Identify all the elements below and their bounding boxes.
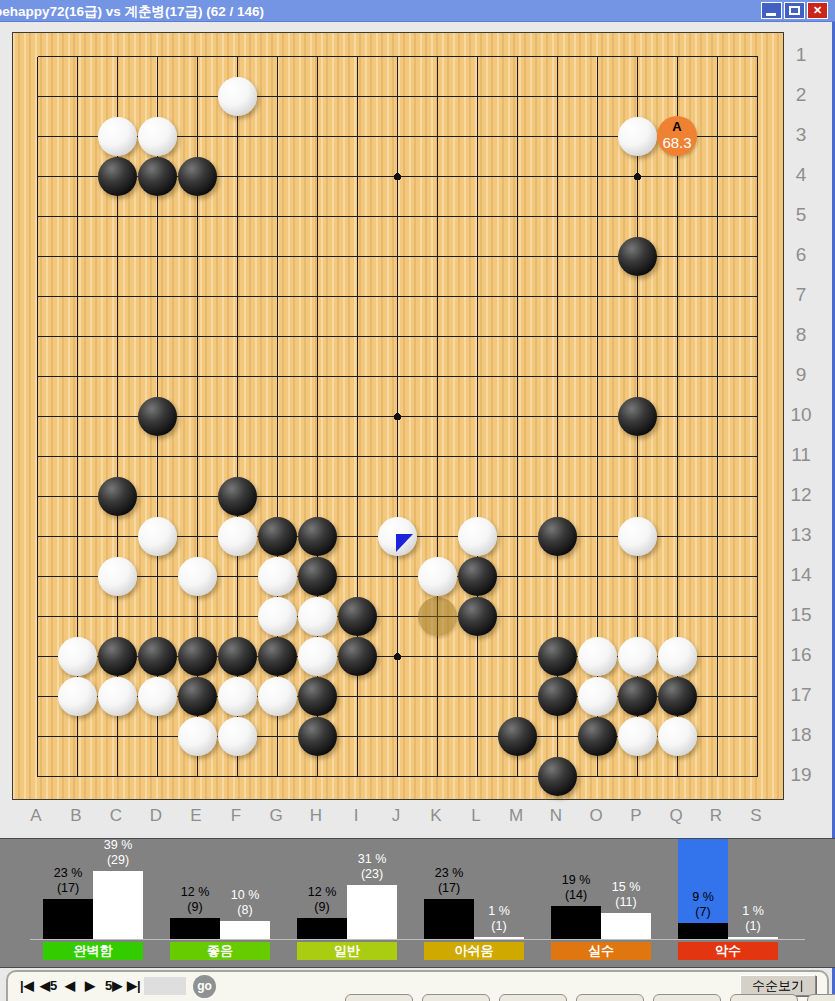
row-label-11: 11 bbox=[786, 444, 816, 466]
move-sequence-view-button[interactable]: 수순보기 bbox=[740, 975, 816, 996]
white-stone-K14 bbox=[418, 557, 457, 596]
white-bar-value-0: 39 %(29) bbox=[86, 838, 150, 868]
star-point bbox=[394, 653, 401, 660]
row-label-17: 17 bbox=[786, 684, 816, 706]
white-stone-F18 bbox=[218, 717, 257, 756]
white-stone-E14 bbox=[178, 557, 217, 596]
white-stone-O17 bbox=[578, 677, 617, 716]
black-stone-L14 bbox=[458, 557, 497, 596]
black-stone-E17 bbox=[178, 677, 217, 716]
column-label-K: K bbox=[419, 806, 453, 826]
category-label-1: 좋음 bbox=[170, 942, 270, 960]
row-label-1: 1 bbox=[786, 44, 816, 66]
star-point bbox=[634, 173, 641, 180]
bottom-button-stub-0[interactable] bbox=[345, 994, 413, 1001]
category-label-3: 아쉬움 bbox=[424, 942, 524, 960]
row-label-16: 16 bbox=[786, 644, 816, 666]
white-bar-value-4: 15 %(11) bbox=[594, 880, 658, 910]
column-label-N: N bbox=[539, 806, 573, 826]
white-stone-D13 bbox=[138, 517, 177, 556]
black-stone-N19 bbox=[538, 757, 577, 796]
white-stone-C17 bbox=[98, 677, 137, 716]
white-bar-4 bbox=[601, 913, 651, 939]
bottom-button-stub-6[interactable] bbox=[807, 994, 835, 1001]
white-stone-B16 bbox=[58, 637, 97, 676]
black-stone-C16 bbox=[98, 637, 137, 676]
category-label-5: 악수 bbox=[678, 942, 778, 960]
column-label-I: I bbox=[339, 806, 373, 826]
go-button[interactable]: go bbox=[193, 975, 216, 998]
black-bar-1 bbox=[170, 918, 220, 939]
row-label-15: 15 bbox=[786, 604, 816, 626]
bottom-button-stub-3[interactable] bbox=[576, 994, 644, 1001]
white-stone-E18 bbox=[178, 717, 217, 756]
minimize-icon bbox=[766, 13, 776, 16]
column-label-Q: Q bbox=[659, 806, 693, 826]
marker-winrate: 68.3 bbox=[662, 134, 691, 151]
row-label-5: 5 bbox=[786, 204, 816, 226]
maximize-icon bbox=[789, 6, 800, 15]
white-bar-value-3: 1 %(1) bbox=[467, 904, 531, 934]
black-stone-N16 bbox=[538, 637, 577, 676]
black-stone-D16 bbox=[138, 637, 177, 676]
column-label-J: J bbox=[379, 806, 413, 826]
black-bar-4 bbox=[551, 906, 601, 939]
column-label-A: A bbox=[19, 806, 53, 826]
close-button[interactable]: ✕ bbox=[807, 2, 828, 19]
black-stone-N17 bbox=[538, 677, 577, 716]
white-stone-C14 bbox=[98, 557, 137, 596]
white-stone-F2 bbox=[218, 77, 257, 116]
column-label-P: P bbox=[619, 806, 653, 826]
nav-button-1[interactable]: ◀5 bbox=[40, 978, 57, 993]
black-stone-D4 bbox=[138, 157, 177, 196]
column-label-S: S bbox=[739, 806, 773, 826]
column-label-B: B bbox=[59, 806, 93, 826]
white-stone-B17 bbox=[58, 677, 97, 716]
white-stone-F13 bbox=[218, 517, 257, 556]
star-point bbox=[394, 413, 401, 420]
row-label-14: 14 bbox=[786, 564, 816, 586]
bottom-button-stub-2[interactable] bbox=[499, 994, 567, 1001]
black-stone-M18 bbox=[498, 717, 537, 756]
white-bar-3 bbox=[474, 937, 524, 939]
black-stone-D10 bbox=[138, 397, 177, 436]
bottom-button-stub-1[interactable] bbox=[422, 994, 490, 1001]
row-label-13: 13 bbox=[786, 524, 816, 546]
row-label-19: 19 bbox=[786, 764, 816, 786]
row-label-9: 9 bbox=[786, 364, 816, 386]
black-stone-H18 bbox=[298, 717, 337, 756]
row-label-4: 4 bbox=[786, 164, 816, 186]
white-stone-G14 bbox=[258, 557, 297, 596]
black-stone-G16 bbox=[258, 637, 297, 676]
white-bar-value-2: 31 %(23) bbox=[340, 852, 404, 882]
row-label-3: 3 bbox=[786, 124, 816, 146]
black-stone-Q17 bbox=[658, 677, 697, 716]
row-label-10: 10 bbox=[786, 404, 816, 426]
white-bar-2 bbox=[347, 885, 397, 939]
black-bar-value-3: 23 %(17) bbox=[417, 866, 481, 896]
row-label-18: 18 bbox=[786, 724, 816, 746]
row-label-2: 2 bbox=[786, 84, 816, 106]
white-bar-1 bbox=[220, 921, 270, 939]
white-stone-C3 bbox=[98, 117, 137, 156]
black-stone-G13 bbox=[258, 517, 297, 556]
column-label-M: M bbox=[499, 806, 533, 826]
black-stone-L15 bbox=[458, 597, 497, 636]
black-stone-I16 bbox=[338, 637, 377, 676]
column-label-F: F bbox=[219, 806, 253, 826]
white-stone-L13 bbox=[458, 517, 497, 556]
white-bar-value-1: 10 %(8) bbox=[213, 888, 277, 918]
white-stone-Q18 bbox=[658, 717, 697, 756]
white-stone-P13 bbox=[618, 517, 657, 556]
white-stone-D3 bbox=[138, 117, 177, 156]
black-bar-2 bbox=[297, 918, 347, 939]
column-label-E: E bbox=[179, 806, 213, 826]
black-stone-H17 bbox=[298, 677, 337, 716]
nav-button-5[interactable]: ▶| bbox=[127, 978, 141, 993]
black-stone-C12 bbox=[98, 477, 137, 516]
white-stone-H16 bbox=[298, 637, 337, 676]
window-title: behappy72(16급) vs 계춘병(17급) (62 / 146) bbox=[0, 3, 264, 21]
white-bar-value-5: 1 %(1) bbox=[721, 904, 785, 934]
white-stone-P16 bbox=[618, 637, 657, 676]
titlebar: behappy72(16급) vs 계춘병(17급) (62 / 146) ✕ bbox=[0, 0, 835, 22]
white-stone-P3 bbox=[618, 117, 657, 156]
white-stone-G17 bbox=[258, 677, 297, 716]
black-stone-I15 bbox=[338, 597, 377, 636]
white-stone-H15 bbox=[298, 597, 337, 636]
analysis-marker-A[interactable]: A68.3 bbox=[657, 116, 697, 156]
black-stone-N13 bbox=[538, 517, 577, 556]
black-stone-E16 bbox=[178, 637, 217, 676]
category-label-2: 일반 bbox=[297, 942, 397, 960]
goban[interactable]: A68.3 bbox=[12, 32, 784, 800]
row-label-8: 8 bbox=[786, 324, 816, 346]
black-stone-P10 bbox=[618, 397, 657, 436]
black-stone-O18 bbox=[578, 717, 617, 756]
black-stone-P6 bbox=[618, 237, 657, 276]
column-label-O: O bbox=[579, 806, 613, 826]
category-label-4: 실수 bbox=[551, 942, 651, 960]
black-stone-H14 bbox=[298, 557, 337, 596]
white-bar-0 bbox=[93, 871, 143, 939]
white-stone-Q16 bbox=[658, 637, 697, 676]
row-label-7: 7 bbox=[786, 284, 816, 306]
black-stone-F12 bbox=[218, 477, 257, 516]
column-label-R: R bbox=[699, 806, 733, 826]
white-stone-F17 bbox=[218, 677, 257, 716]
nav-button-4[interactable]: 5▶ bbox=[105, 978, 122, 993]
column-label-L: L bbox=[459, 806, 493, 826]
white-stone-G15 bbox=[258, 597, 297, 636]
maximize-button[interactable] bbox=[784, 2, 805, 19]
move-quality-histogram: 23 %(17)39 %(29)완벽함12 %(9)10 %(8)좋음12 %(… bbox=[0, 838, 835, 968]
category-label-0: 완벽함 bbox=[43, 942, 143, 960]
window-controls: ✕ bbox=[761, 2, 828, 19]
histogram-baseline bbox=[30, 939, 805, 940]
row-label-12: 12 bbox=[786, 484, 816, 506]
white-stone-O16 bbox=[578, 637, 617, 676]
bottom-button-stub-4[interactable] bbox=[653, 994, 721, 1001]
marker-label: A bbox=[672, 119, 681, 134]
star-point bbox=[394, 173, 401, 180]
white-bar-5 bbox=[728, 937, 778, 939]
column-label-H: H bbox=[299, 806, 333, 826]
minimize-button[interactable] bbox=[761, 2, 782, 19]
hover-preview-stone bbox=[418, 597, 457, 636]
black-stone-H13 bbox=[298, 517, 337, 556]
move-number-input[interactable] bbox=[144, 977, 186, 995]
white-stone-P18 bbox=[618, 717, 657, 756]
column-label-C: C bbox=[99, 806, 133, 826]
black-stone-P17 bbox=[618, 677, 657, 716]
column-label-G: G bbox=[259, 806, 293, 826]
nav-button-2[interactable]: ◀ bbox=[65, 978, 75, 993]
black-stone-C4 bbox=[98, 157, 137, 196]
black-stone-E4 bbox=[178, 157, 217, 196]
nav-button-3[interactable]: ▶ bbox=[85, 978, 95, 993]
white-stone-D17 bbox=[138, 677, 177, 716]
black-bar-value-2: 12 %(9) bbox=[290, 885, 354, 915]
column-label-D: D bbox=[139, 806, 173, 826]
black-bar-0 bbox=[43, 899, 93, 939]
application-window: behappy72(16급) vs 계춘병(17급) (62 / 146) ✕ … bbox=[0, 0, 835, 1001]
bottom-button-stub-5[interactable] bbox=[730, 994, 798, 1001]
black-bar-value-0: 23 %(17) bbox=[36, 866, 100, 896]
nav-button-0[interactable]: |◀ bbox=[20, 978, 34, 993]
row-label-6: 6 bbox=[786, 244, 816, 266]
black-stone-F16 bbox=[218, 637, 257, 676]
